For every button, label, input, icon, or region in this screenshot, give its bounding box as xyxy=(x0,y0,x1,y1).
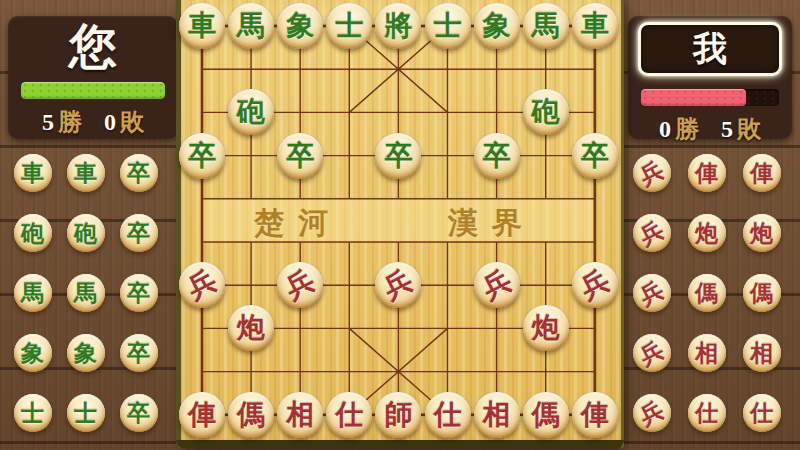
piece-glyph: 兵 xyxy=(576,266,614,304)
piece-glyph: 仕 xyxy=(695,402,718,425)
xiangqi-board[interactable]: 楚河 漢界 車馬象士將士象馬車砲砲卒卒卒卒卒兵兵兵兵兵炮炮俥傌相仕師仕相傌俥 xyxy=(176,0,624,448)
tray-piece-士[interactable]: 士 xyxy=(67,394,105,432)
board-piece-兵[interactable]: 兵 xyxy=(572,262,618,308)
piece-glyph: 仕 xyxy=(335,401,363,429)
board-piece-車[interactable]: 車 xyxy=(572,3,618,49)
tray-piece-仕[interactable]: 仕 xyxy=(743,394,781,432)
piece-glyph: 車 xyxy=(74,162,97,185)
tray-piece-馬[interactable]: 馬 xyxy=(67,274,105,312)
left-player-name: 您 xyxy=(8,16,178,78)
right-player-card: 我 0 勝 5 敗 xyxy=(628,16,792,139)
board-piece-卒[interactable]: 卒 xyxy=(572,133,618,179)
right-progress-fill xyxy=(641,89,746,106)
left-wins-label: 勝 xyxy=(58,106,82,138)
left-score: 5 勝 0 敗 xyxy=(8,106,178,138)
board-piece-俥[interactable]: 俥 xyxy=(572,392,618,438)
piece-glyph: 卒 xyxy=(286,142,314,170)
piece-glyph: 兵 xyxy=(636,338,667,369)
board-piece-師[interactable]: 師 xyxy=(375,392,421,438)
piece-glyph: 象 xyxy=(21,342,44,365)
piece-glyph: 卒 xyxy=(188,142,216,170)
piece-glyph: 馬 xyxy=(532,12,560,40)
left-player-card: 您 5 勝 0 敗 xyxy=(8,16,178,139)
piece-glyph: 炮 xyxy=(532,314,560,342)
left-wins-count: 5 xyxy=(42,109,54,136)
tray-piece-炮[interactable]: 炮 xyxy=(688,214,726,252)
piece-glyph: 卒 xyxy=(127,162,150,185)
board-piece-兵[interactable]: 兵 xyxy=(474,262,520,308)
board-piece-炮[interactable]: 炮 xyxy=(523,305,569,351)
tray-piece-車[interactable]: 車 xyxy=(67,154,105,192)
piece-glyph: 車 xyxy=(21,162,44,185)
tray-piece-砲[interactable]: 砲 xyxy=(14,214,52,252)
left-losses-count: 0 xyxy=(104,109,116,136)
piece-glyph: 傌 xyxy=(237,401,265,429)
board-edge-right xyxy=(621,0,624,448)
board-piece-卒[interactable]: 卒 xyxy=(375,133,421,179)
board-piece-卒[interactable]: 卒 xyxy=(277,133,323,179)
board-piece-馬[interactable]: 馬 xyxy=(228,3,274,49)
piece-glyph: 炮 xyxy=(695,222,718,245)
piece-glyph: 砲 xyxy=(237,98,265,126)
tray-piece-象[interactable]: 象 xyxy=(14,334,52,372)
board-piece-兵[interactable]: 兵 xyxy=(179,262,225,308)
left-piece-tray: 車車卒砲砲卒馬馬卒象象卒士士卒 xyxy=(6,143,165,443)
piece-glyph: 俥 xyxy=(750,162,773,185)
left-progress-fill xyxy=(21,82,165,99)
board-piece-砲[interactable]: 砲 xyxy=(523,89,569,135)
piece-glyph: 傌 xyxy=(750,282,773,305)
tray-piece-車[interactable]: 車 xyxy=(14,154,52,192)
piece-glyph: 相 xyxy=(695,342,718,365)
tray-piece-兵[interactable]: 兵 xyxy=(633,334,671,372)
right-piece-tray: 兵俥俥兵炮炮兵傌傌兵相相兵仕仕 xyxy=(624,143,789,443)
piece-glyph: 砲 xyxy=(74,222,97,245)
piece-glyph: 馬 xyxy=(74,282,97,305)
left-losses-label: 敗 xyxy=(120,106,144,138)
board-piece-相[interactable]: 相 xyxy=(474,392,520,438)
piece-glyph: 相 xyxy=(483,401,511,429)
piece-glyph: 象 xyxy=(74,342,97,365)
piece-glyph: 士 xyxy=(335,12,363,40)
piece-glyph: 俥 xyxy=(581,401,609,429)
tray-piece-兵[interactable]: 兵 xyxy=(633,214,671,252)
right-progress-track xyxy=(641,89,779,106)
piece-glyph: 兵 xyxy=(478,266,516,304)
piece-glyph: 士 xyxy=(21,402,44,425)
tray-piece-兵[interactable]: 兵 xyxy=(633,394,671,432)
piece-glyph: 仕 xyxy=(434,401,462,429)
piece-glyph: 兵 xyxy=(636,278,667,309)
piece-glyph: 卒 xyxy=(483,142,511,170)
tray-piece-傌[interactable]: 傌 xyxy=(743,274,781,312)
piece-glyph: 象 xyxy=(286,12,314,40)
piece-glyph: 卒 xyxy=(127,222,150,245)
tray-piece-象[interactable]: 象 xyxy=(67,334,105,372)
piece-glyph: 俥 xyxy=(188,401,216,429)
board-edge-left xyxy=(176,0,181,448)
piece-glyph: 士 xyxy=(74,402,97,425)
tray-piece-卒[interactable]: 卒 xyxy=(120,154,158,192)
board-piece-俥[interactable]: 俥 xyxy=(179,392,225,438)
piece-glyph: 車 xyxy=(581,12,609,40)
piece-glyph: 傌 xyxy=(532,401,560,429)
piece-glyph: 相 xyxy=(286,401,314,429)
tray-piece-俥[interactable]: 俥 xyxy=(743,154,781,192)
river-label-right: 漢界 xyxy=(448,203,536,244)
tray-piece-仕[interactable]: 仕 xyxy=(688,394,726,432)
board-piece-仕[interactable]: 仕 xyxy=(425,392,471,438)
right-wins-label: 勝 xyxy=(675,113,699,145)
piece-glyph: 兵 xyxy=(636,158,667,189)
piece-glyph: 砲 xyxy=(532,98,560,126)
right-score: 0 勝 5 敗 xyxy=(628,113,792,145)
board-piece-象[interactable]: 象 xyxy=(277,3,323,49)
piece-glyph: 將 xyxy=(384,12,412,40)
board-piece-傌[interactable]: 傌 xyxy=(228,392,274,438)
piece-glyph: 卒 xyxy=(127,282,150,305)
tray-piece-卒[interactable]: 卒 xyxy=(120,334,158,372)
tray-piece-馬[interactable]: 馬 xyxy=(14,274,52,312)
piece-glyph: 炮 xyxy=(237,314,265,342)
board-piece-士[interactable]: 士 xyxy=(326,3,372,49)
piece-glyph: 馬 xyxy=(237,12,265,40)
tray-piece-兵[interactable]: 兵 xyxy=(633,154,671,192)
piece-glyph: 象 xyxy=(483,12,511,40)
piece-glyph: 卒 xyxy=(127,342,150,365)
tray-piece-傌[interactable]: 傌 xyxy=(688,274,726,312)
tray-piece-炮[interactable]: 炮 xyxy=(743,214,781,252)
piece-glyph: 炮 xyxy=(750,222,773,245)
piece-glyph: 傌 xyxy=(695,282,718,305)
tray-piece-俥[interactable]: 俥 xyxy=(688,154,726,192)
piece-glyph: 卒 xyxy=(127,402,150,425)
right-player-name-turn-indicator: 我 xyxy=(638,22,782,76)
tray-piece-士[interactable]: 士 xyxy=(14,394,52,432)
board-piece-馬[interactable]: 馬 xyxy=(523,3,569,49)
piece-glyph: 卒 xyxy=(384,142,412,170)
board-piece-相[interactable]: 相 xyxy=(277,392,323,438)
piece-glyph: 相 xyxy=(750,342,773,365)
piece-glyph: 仕 xyxy=(750,402,773,425)
board-piece-仕[interactable]: 仕 xyxy=(326,392,372,438)
board-edge-bottom xyxy=(176,440,624,448)
tray-piece-相[interactable]: 相 xyxy=(688,334,726,372)
tray-piece-卒[interactable]: 卒 xyxy=(120,274,158,312)
piece-glyph: 兵 xyxy=(281,266,319,304)
tray-piece-砲[interactable]: 砲 xyxy=(67,214,105,252)
piece-glyph: 師 xyxy=(384,401,412,429)
piece-glyph: 砲 xyxy=(21,222,44,245)
piece-glyph: 兵 xyxy=(183,266,221,304)
river-label-left: 楚河 xyxy=(254,203,342,244)
right-losses-label: 敗 xyxy=(737,113,761,145)
piece-glyph: 士 xyxy=(434,12,462,40)
board-grid-lines xyxy=(176,0,624,448)
right-wins-count: 0 xyxy=(659,116,671,143)
board-piece-傌[interactable]: 傌 xyxy=(523,392,569,438)
piece-glyph: 馬 xyxy=(21,282,44,305)
tray-piece-兵[interactable]: 兵 xyxy=(633,274,671,312)
tray-piece-卒[interactable]: 卒 xyxy=(120,214,158,252)
board-piece-卒[interactable]: 卒 xyxy=(179,133,225,179)
tray-piece-相[interactable]: 相 xyxy=(743,334,781,372)
board-piece-士[interactable]: 士 xyxy=(425,3,471,49)
tray-piece-卒[interactable]: 卒 xyxy=(120,394,158,432)
left-progress-track xyxy=(21,82,165,99)
piece-glyph: 俥 xyxy=(695,162,718,185)
right-player-name: 我 xyxy=(693,30,727,67)
board-piece-卒[interactable]: 卒 xyxy=(474,133,520,179)
piece-glyph: 兵 xyxy=(636,218,667,249)
piece-glyph: 車 xyxy=(188,12,216,40)
right-losses-count: 5 xyxy=(721,116,733,143)
xiangqi-game-screen: 您 5 勝 0 敗 我 0 勝 5 xyxy=(0,0,800,450)
board-piece-車[interactable]: 車 xyxy=(179,3,225,49)
board-piece-象[interactable]: 象 xyxy=(474,3,520,49)
piece-glyph: 兵 xyxy=(636,398,667,429)
piece-glyph: 兵 xyxy=(380,266,418,304)
piece-glyph: 卒 xyxy=(581,142,609,170)
